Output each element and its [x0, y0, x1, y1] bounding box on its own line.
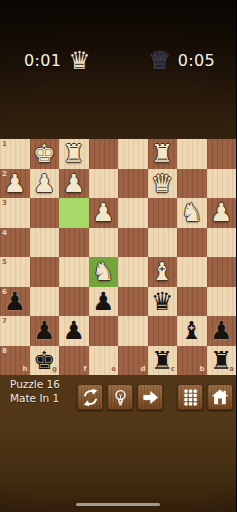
toolbar-left-group — [77, 384, 163, 410]
square-h1[interactable]: 1 — [0, 139, 30, 169]
square-a2[interactable] — [207, 169, 237, 199]
square-f8[interactable]: f — [59, 346, 89, 376]
file-label-h: h — [23, 366, 28, 373]
white-pawn[interactable]: ♟ — [89, 198, 119, 228]
square-d3[interactable] — [118, 198, 148, 228]
square-f4[interactable] — [59, 228, 89, 258]
square-b1[interactable] — [177, 139, 207, 169]
square-f2[interactable]: ♟ — [59, 169, 89, 199]
square-a1[interactable] — [207, 139, 237, 169]
rank-label-3: 3 — [2, 200, 7, 207]
square-b4[interactable] — [177, 228, 207, 258]
square-b5[interactable] — [177, 257, 207, 287]
black-bishop[interactable]: ♝ — [177, 316, 207, 346]
square-c4[interactable] — [148, 228, 178, 258]
square-h4[interactable]: 4 — [0, 228, 30, 258]
square-g6[interactable] — [30, 287, 60, 317]
square-d6[interactable] — [118, 287, 148, 317]
white-knight[interactable]: ♞ — [177, 198, 207, 228]
puzzle-list-button[interactable] — [177, 384, 203, 410]
square-e7[interactable] — [89, 316, 119, 346]
square-g1[interactable]: ♚ — [30, 139, 60, 169]
white-pawn[interactable]: ♟ — [207, 198, 237, 228]
square-c7[interactable] — [148, 316, 178, 346]
toolbar-right-group — [177, 384, 233, 410]
square-b8[interactable]: b — [177, 346, 207, 376]
white-pawn[interactable]: ♟ — [59, 169, 89, 199]
square-a5[interactable] — [207, 257, 237, 287]
clock-bar: 0:01 ♛ ♛ 0:05 — [0, 44, 236, 76]
square-b6[interactable] — [177, 287, 207, 317]
file-label-d: d — [140, 366, 145, 373]
square-e3[interactable]: ♟ — [89, 198, 119, 228]
square-a6[interactable] — [207, 287, 237, 317]
square-h8[interactable]: 8h — [0, 346, 30, 376]
square-d1[interactable] — [118, 139, 148, 169]
square-a3[interactable]: ♟ — [207, 198, 237, 228]
square-b2[interactable] — [177, 169, 207, 199]
square-f5[interactable] — [59, 257, 89, 287]
square-g8[interactable]: g♚ — [30, 346, 60, 376]
square-a7[interactable]: ♟ — [207, 316, 237, 346]
square-g2[interactable]: ♟ — [30, 169, 60, 199]
rank-label-8: 8 — [2, 348, 7, 355]
file-label-f: f — [83, 366, 86, 373]
puzzle-goal: Mate In 1 — [10, 392, 60, 406]
square-e4[interactable] — [89, 228, 119, 258]
black-clock-time: 0:05 — [178, 51, 215, 70]
white-rook[interactable]: ♜ — [59, 139, 89, 169]
chess-board[interactable]: 1♚♜♜2♟♟♟♛3♟♞♟45♞♝6♟♟♛7♟♟♝♟8hg♚fedc♜ba♜ — [0, 139, 236, 375]
square-e5[interactable]: ♞ — [89, 257, 119, 287]
flip-board-button[interactable] — [77, 384, 103, 410]
square-g7[interactable]: ♟ — [30, 316, 60, 346]
home-icon — [210, 387, 230, 407]
rank-label-7: 7 — [2, 318, 7, 325]
square-h5[interactable]: 5 — [0, 257, 30, 287]
square-g5[interactable] — [30, 257, 60, 287]
square-d7[interactable] — [118, 316, 148, 346]
square-d2[interactable] — [118, 169, 148, 199]
white-pawn[interactable]: ♟ — [30, 169, 60, 199]
white-bishop[interactable]: ♝ — [148, 257, 178, 287]
black-rook[interactable]: ♜ — [148, 346, 178, 376]
black-king[interactable]: ♚ — [30, 346, 60, 376]
black-clock: ♛ 0:05 — [148, 48, 215, 73]
square-h2[interactable]: 2♟ — [0, 169, 30, 199]
lightbulb-icon — [111, 388, 130, 407]
rotate-icon — [81, 388, 100, 407]
white-queen-icon: ♛ — [68, 48, 90, 73]
white-queen[interactable]: ♛ — [148, 169, 178, 199]
square-c8[interactable]: c♜ — [148, 346, 178, 376]
black-pawn[interactable]: ♟ — [89, 287, 119, 317]
rank-label-5: 5 — [2, 259, 7, 266]
square-c2[interactable]: ♛ — [148, 169, 178, 199]
square-d4[interactable] — [118, 228, 148, 258]
square-f6[interactable] — [59, 287, 89, 317]
gesture-navigation-bar[interactable] — [76, 503, 160, 506]
square-c3[interactable] — [148, 198, 178, 228]
app-screen: 0:01 ♛ ♛ 0:05 1♚♜♜2♟♟♟♛3♟♞♟45♞♝6♟♟♛7♟♟♝♟… — [0, 0, 236, 512]
black-pawn[interactable]: ♟ — [30, 316, 60, 346]
white-king[interactable]: ♚ — [30, 139, 60, 169]
square-h7[interactable]: 7 — [0, 316, 30, 346]
black-rook[interactable]: ♜ — [207, 346, 237, 376]
puzzle-info: Puzzle 16 Mate In 1 — [10, 378, 60, 405]
square-h6[interactable]: 6♟ — [0, 287, 30, 317]
arrow-right-icon — [141, 388, 160, 407]
square-f7[interactable]: ♟ — [59, 316, 89, 346]
black-pawn[interactable]: ♟ — [59, 316, 89, 346]
square-c1[interactable]: ♜ — [148, 139, 178, 169]
next-puzzle-button[interactable] — [137, 384, 163, 410]
white-clock-time: 0:01 — [24, 51, 61, 70]
square-f1[interactable]: ♜ — [59, 139, 89, 169]
square-f3[interactable] — [59, 198, 89, 228]
rank-label-4: 4 — [2, 230, 7, 237]
square-d8[interactable]: d — [118, 346, 148, 376]
hint-button[interactable] — [107, 384, 133, 410]
white-pawn[interactable]: ♟ — [0, 169, 30, 199]
square-c6[interactable]: ♛ — [148, 287, 178, 317]
square-g4[interactable] — [30, 228, 60, 258]
square-a8[interactable]: a♜ — [207, 346, 237, 376]
square-d5[interactable] — [118, 257, 148, 287]
black-queen[interactable]: ♛ — [148, 287, 178, 317]
file-label-e: e — [111, 366, 116, 373]
white-rook[interactable]: ♜ — [148, 139, 178, 169]
rank-label-1: 1 — [2, 141, 7, 148]
square-a4[interactable] — [207, 228, 237, 258]
home-button[interactable] — [207, 384, 233, 410]
white-clock: 0:01 ♛ — [24, 48, 91, 73]
puzzle-title: Puzzle 16 — [10, 378, 60, 392]
file-label-b: b — [199, 366, 204, 373]
black-pawn[interactable]: ♟ — [207, 316, 237, 346]
grid-icon — [181, 388, 200, 407]
square-e6[interactable]: ♟ — [89, 287, 119, 317]
white-knight[interactable]: ♞ — [89, 257, 119, 287]
square-e2[interactable] — [89, 169, 119, 199]
square-b3[interactable]: ♞ — [177, 198, 207, 228]
square-g3[interactable] — [30, 198, 60, 228]
square-c5[interactable]: ♝ — [148, 257, 178, 287]
black-pawn[interactable]: ♟ — [0, 287, 30, 317]
square-e1[interactable] — [89, 139, 119, 169]
square-e8[interactable]: e — [89, 346, 119, 376]
square-b7[interactable]: ♝ — [177, 316, 207, 346]
square-h3[interactable]: 3 — [0, 198, 30, 228]
black-queen-icon: ♛ — [148, 48, 170, 73]
